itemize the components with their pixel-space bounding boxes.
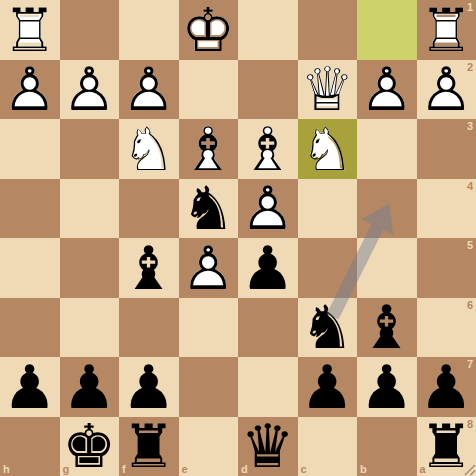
white-pawn-outline-glyph: ♙ [119,60,179,120]
piece-white-pawn-g2[interactable]: ♟♙ [60,60,120,120]
square-a2[interactable]: ♟♙2 [417,60,476,120]
square-c6[interactable]: ♞ [298,298,358,358]
piece-white-bishop-e3[interactable]: ♝♗ [179,119,239,179]
square-e7[interactable] [179,357,239,417]
piece-white-queen-c2[interactable]: ♛♕ [298,60,358,120]
square-b7[interactable]: ♟ [357,357,417,417]
piece-white-pawn-f2[interactable]: ♟♙ [119,60,179,120]
square-g3[interactable] [60,119,120,179]
square-h7[interactable]: ♟ [0,357,60,417]
piece-black-queen-d8[interactable]: ♛ [238,417,298,476]
square-c4[interactable] [298,179,358,239]
white-pawn-outline-glyph: ♙ [179,238,239,298]
black-pawn-glyph: ♟ [298,357,358,417]
piece-white-pawn-e5[interactable]: ♟♙ [179,238,239,298]
white-pawn-outline-glyph: ♙ [417,60,476,120]
square-a6[interactable]: 6 [417,298,476,358]
piece-white-rook-a1[interactable]: ♜♖ [417,0,476,60]
square-b2[interactable]: ♟♙ [357,60,417,120]
square-e8[interactable]: e [179,417,239,476]
square-a1[interactable]: ♜♖1 [417,0,476,60]
square-c7[interactable]: ♟ [298,357,358,417]
square-h6[interactable] [0,298,60,358]
piece-black-bishop-f5[interactable]: ♝ [119,238,179,298]
piece-white-king-e1[interactable]: ♚♔ [179,0,239,60]
black-rook-glyph: ♜ [119,417,179,476]
square-c8[interactable]: c [298,417,358,476]
square-g5[interactable] [60,238,120,298]
piece-black-pawn-f7[interactable]: ♟ [119,357,179,417]
file-label-c: c [301,463,307,475]
piece-black-knight-e4[interactable]: ♞ [179,179,239,239]
square-e5[interactable]: ♟♙ [179,238,239,298]
black-king-glyph: ♚ [60,417,120,476]
square-g1[interactable] [60,0,120,60]
square-f7[interactable]: ♟ [119,357,179,417]
black-knight-glyph: ♞ [298,298,358,358]
square-g7[interactable]: ♟ [60,357,120,417]
file-label-e: e [182,463,188,475]
white-knight-outline-glyph: ♘ [119,119,179,179]
black-bishop-glyph: ♝ [357,298,417,358]
rank-label-4: 4 [467,180,473,192]
square-b4[interactable] [357,179,417,239]
black-pawn-glyph: ♟ [357,357,417,417]
square-c1[interactable] [298,0,358,60]
piece-white-pawn-a2[interactable]: ♟♙ [417,60,476,120]
white-rook-outline-glyph: ♖ [417,0,476,60]
square-d6[interactable] [238,298,298,358]
square-f1[interactable] [119,0,179,60]
white-bishop-outline-glyph: ♗ [238,119,298,179]
black-queen-glyph: ♛ [238,417,298,476]
square-e6[interactable] [179,298,239,358]
white-pawn-outline-glyph: ♙ [60,60,120,120]
square-a7[interactable]: ♟7 [417,357,476,417]
square-f3[interactable]: ♞♘ [119,119,179,179]
square-f6[interactable] [119,298,179,358]
square-d8[interactable]: ♛d [238,417,298,476]
chess-board[interactable]: ♜♖♚♔♜♖1♟♙♟♙♟♙♛♕♟♙♟♙2♞♘♝♗♝♗♞♘3♞♟♙4♝♟♙♟5♞♝… [0,0,476,476]
piece-black-pawn-h7[interactable]: ♟ [0,357,60,417]
rank-label-6: 6 [467,299,473,311]
piece-white-knight-f3[interactable]: ♞♘ [119,119,179,179]
white-king-outline-glyph: ♔ [179,0,239,60]
square-e1[interactable]: ♚♔ [179,0,239,60]
square-a4[interactable]: 4 [417,179,476,239]
square-e4[interactable]: ♞ [179,179,239,239]
white-pawn-outline-glyph: ♙ [357,60,417,120]
black-pawn-glyph: ♟ [238,238,298,298]
white-queen-outline-glyph: ♕ [298,60,358,120]
white-pawn-outline-glyph: ♙ [238,179,298,239]
piece-black-pawn-d5[interactable]: ♟ [238,238,298,298]
piece-white-bishop-d3[interactable]: ♝♗ [238,119,298,179]
square-d2[interactable] [238,60,298,120]
white-pawn-outline-glyph: ♙ [0,60,60,120]
square-b3[interactable] [357,119,417,179]
square-g8[interactable]: ♚g [60,417,120,476]
square-b8[interactable]: b [357,417,417,476]
square-f2[interactable]: ♟♙ [119,60,179,120]
square-d3[interactable]: ♝♗ [238,119,298,179]
file-label-h: h [3,463,10,475]
piece-black-bishop-b6[interactable]: ♝ [357,298,417,358]
black-pawn-glyph: ♟ [60,357,120,417]
piece-white-pawn-d4[interactable]: ♟♙ [238,179,298,239]
square-e3[interactable]: ♝♗ [179,119,239,179]
square-c5[interactable] [298,238,358,298]
black-knight-glyph: ♞ [179,179,239,239]
square-h3[interactable] [0,119,60,179]
piece-white-knight-c3[interactable]: ♞♘ [298,119,358,179]
square-a3[interactable]: 3 [417,119,476,179]
square-a5[interactable]: 5 [417,238,476,298]
piece-black-pawn-a7[interactable]: ♟ [417,357,476,417]
square-h5[interactable] [0,238,60,298]
square-d1[interactable] [238,0,298,60]
square-b6[interactable]: ♝ [357,298,417,358]
square-g2[interactable]: ♟♙ [60,60,120,120]
rank-label-5: 5 [467,239,473,251]
piece-black-king-g8[interactable]: ♚ [60,417,120,476]
square-g4[interactable] [60,179,120,239]
black-pawn-glyph: ♟ [0,357,60,417]
file-label-b: b [360,463,367,475]
piece-white-pawn-h2[interactable]: ♟♙ [0,60,60,120]
white-rook-outline-glyph: ♖ [0,0,60,60]
square-f5[interactable]: ♝ [119,238,179,298]
piece-black-knight-c6[interactable]: ♞ [298,298,358,358]
square-c3[interactable]: ♞♘ [298,119,358,179]
square-c2[interactable]: ♛♕ [298,60,358,120]
white-knight-outline-glyph: ♘ [298,119,358,179]
square-h8[interactable]: h [0,417,60,476]
square-d4[interactable]: ♟♙ [238,179,298,239]
piece-white-pawn-b2[interactable]: ♟♙ [357,60,417,120]
piece-black-pawn-b7[interactable]: ♟ [357,357,417,417]
square-h4[interactable] [0,179,60,239]
square-d7[interactable] [238,357,298,417]
piece-white-rook-h1[interactable]: ♜♖ [0,0,60,60]
piece-black-rook-f8[interactable]: ♜ [119,417,179,476]
black-pawn-glyph: ♟ [119,357,179,417]
board-resize-handle[interactable] [464,464,476,476]
white-bishop-outline-glyph: ♗ [179,119,239,179]
square-f8[interactable]: ♜f [119,417,179,476]
square-b5[interactable] [357,238,417,298]
black-pawn-glyph: ♟ [417,357,476,417]
square-g6[interactable] [60,298,120,358]
square-h2[interactable]: ♟♙ [0,60,60,120]
square-f4[interactable] [119,179,179,239]
square-h1[interactable]: ♜♖ [0,0,60,60]
piece-black-pawn-c7[interactable]: ♟ [298,357,358,417]
square-b1[interactable] [357,0,417,60]
black-bishop-glyph: ♝ [119,238,179,298]
piece-black-pawn-g7[interactable]: ♟ [60,357,120,417]
square-d5[interactable]: ♟ [238,238,298,298]
square-e2[interactable] [179,60,239,120]
